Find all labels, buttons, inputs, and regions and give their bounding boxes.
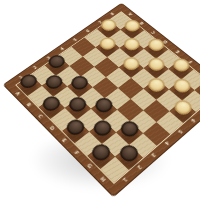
dark-piece-c1[interactable] bbox=[40, 94, 63, 114]
square-b2[interactable] bbox=[42, 76, 67, 97]
photo-background: ABCDEFGH ABCDEFGH 87654321 87654321 bbox=[0, 0, 200, 200]
